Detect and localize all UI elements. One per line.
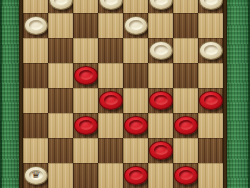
red-piece[interactable] [174,116,198,135]
white-piece[interactable] [24,16,48,35]
square-b6[interactable] [48,38,73,63]
square-h3 [198,113,223,138]
square-f6[interactable] [148,38,173,63]
red-piece[interactable] [199,91,223,110]
checkers-game-screen: ♛ [0,0,250,188]
square-d8[interactable] [98,0,123,13]
square-a1[interactable]: ♛ [23,163,48,188]
square-b3 [48,113,73,138]
checkers-board[interactable]: ♛ [23,0,223,188]
red-piece[interactable] [74,116,98,135]
square-c3[interactable] [73,113,98,138]
square-a2 [23,138,48,163]
square-a3[interactable] [23,113,48,138]
king-crown-icon: ♛ [25,168,47,182]
square-a7[interactable] [23,13,48,38]
square-g6 [173,38,198,63]
white-piece[interactable] [199,0,223,10]
square-c5[interactable] [73,63,98,88]
red-piece[interactable] [149,141,173,160]
square-c7[interactable] [73,13,98,38]
white-piece[interactable] [149,0,173,10]
square-e7[interactable] [123,13,148,38]
square-c4 [73,88,98,113]
square-e2 [123,138,148,163]
square-b2[interactable] [48,138,73,163]
square-e3[interactable] [123,113,148,138]
square-a5[interactable] [23,63,48,88]
white-piece[interactable] [49,0,73,10]
square-e5[interactable] [123,63,148,88]
square-f7 [148,13,173,38]
square-c8 [73,0,98,13]
square-d7 [98,13,123,38]
square-d6[interactable] [98,38,123,63]
square-h1 [198,163,223,188]
square-h8[interactable] [198,0,223,13]
square-h7 [198,13,223,38]
square-h5 [198,63,223,88]
square-b5 [48,63,73,88]
square-c1[interactable] [73,163,98,188]
square-e1[interactable] [123,163,148,188]
white-piece[interactable] [199,41,223,60]
square-f3 [148,113,173,138]
square-d5 [98,63,123,88]
square-f1 [148,163,173,188]
red-piece[interactable] [124,116,148,135]
square-d3 [98,113,123,138]
square-f5 [148,63,173,88]
square-a4 [23,88,48,113]
square-e6 [123,38,148,63]
square-d4[interactable] [98,88,123,113]
square-f2[interactable] [148,138,173,163]
square-e4 [123,88,148,113]
red-piece[interactable] [124,166,148,185]
red-piece[interactable] [74,66,98,85]
square-d1 [98,163,123,188]
table-felt-left [0,0,19,188]
square-b7 [48,13,73,38]
square-g1[interactable] [173,163,198,188]
square-f4[interactable] [148,88,173,113]
square-b8[interactable] [48,0,73,13]
square-c2 [73,138,98,163]
square-b4[interactable] [48,88,73,113]
square-e8 [123,0,148,13]
square-d2[interactable] [98,138,123,163]
square-g3[interactable] [173,113,198,138]
square-a8 [23,0,48,13]
table-felt-right [227,0,250,188]
square-g8 [173,0,198,13]
white-piece[interactable] [99,0,123,10]
red-piece[interactable] [174,166,198,185]
square-c6 [73,38,98,63]
square-a6 [23,38,48,63]
square-g2 [173,138,198,163]
square-g5[interactable] [173,63,198,88]
white-piece[interactable] [124,16,148,35]
square-h2[interactable] [198,138,223,163]
red-piece[interactable] [99,91,123,110]
red-piece[interactable] [149,91,173,110]
square-b1 [48,163,73,188]
square-h6[interactable] [198,38,223,63]
square-g4 [173,88,198,113]
square-h4[interactable] [198,88,223,113]
square-f8[interactable] [148,0,173,13]
white-piece[interactable] [149,41,173,60]
square-g7[interactable] [173,13,198,38]
white-king-piece[interactable]: ♛ [24,166,48,185]
